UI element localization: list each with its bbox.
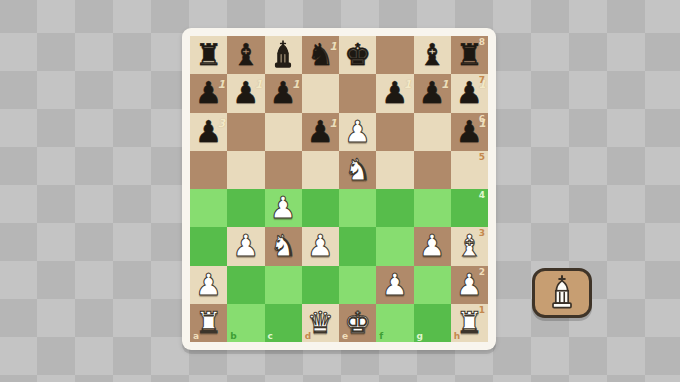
piece-tray-button[interactable] (532, 268, 592, 318)
square-g2[interactable] (414, 266, 451, 304)
square-c3[interactable]: ♞ (265, 227, 302, 265)
white-pawn-h2[interactable]: ♟ (451, 266, 488, 304)
white-pawn-a2[interactable]: ♟ (190, 266, 227, 304)
square-d5[interactable] (302, 151, 339, 189)
square-g5[interactable] (414, 151, 451, 189)
black-rook-a8[interactable]: ♜ (190, 36, 227, 74)
square-g1[interactable]: g (414, 304, 451, 342)
white-pawn-c4[interactable]: ♟ (265, 189, 302, 227)
square-d7[interactable] (302, 74, 339, 112)
square-f4[interactable] (376, 189, 413, 227)
black-pawn-g7[interactable]: ♟ (414, 74, 451, 112)
rank-label-4: 4 (479, 191, 485, 200)
black-rook-h8[interactable]: ♜ (451, 36, 488, 74)
file-label-b: b (230, 332, 236, 341)
square-f6[interactable] (376, 113, 413, 151)
black-pawn-h7[interactable]: ♟ (451, 74, 488, 112)
square-g7[interactable]: ♟1 (414, 74, 451, 112)
square-d1[interactable]: ♛d (302, 304, 339, 342)
black-pawn-h6[interactable]: ♟ (451, 113, 488, 151)
black-chapel-c8[interactable] (265, 36, 302, 74)
board-grid: ♜♝♞1♚♝♜8♟1♟1♟1♟1♟1♟17♟3♟1♟♟16♞5♟4♟♞♟♟♝3♟… (190, 36, 488, 342)
white-knight-c3[interactable]: ♞ (265, 227, 302, 265)
square-b1[interactable]: b (227, 304, 264, 342)
square-g4[interactable] (414, 189, 451, 227)
square-f3[interactable] (376, 227, 413, 265)
black-bishop-b8[interactable]: ♝ (227, 36, 264, 74)
black-pawn-c7[interactable]: ♟ (265, 74, 302, 112)
white-rook-a1[interactable]: ♜ (190, 304, 227, 342)
file-label-c: c (268, 332, 273, 341)
square-c5[interactable] (265, 151, 302, 189)
square-b5[interactable] (227, 151, 264, 189)
square-d6[interactable]: ♟1 (302, 113, 339, 151)
white-pawn-g3[interactable]: ♟ (414, 227, 451, 265)
square-f7[interactable]: ♟1 (376, 74, 413, 112)
square-e8[interactable]: ♚ (339, 36, 376, 74)
square-h7[interactable]: ♟17 (451, 74, 488, 112)
square-e5[interactable]: ♞ (339, 151, 376, 189)
square-b2[interactable] (227, 266, 264, 304)
square-e3[interactable] (339, 227, 376, 265)
white-rook-h1[interactable]: ♜ (451, 304, 488, 342)
square-e2[interactable] (339, 266, 376, 304)
square-e1[interactable]: ♚e (339, 304, 376, 342)
square-h6[interactable]: ♟16 (451, 113, 488, 151)
square-b4[interactable] (227, 189, 264, 227)
square-a4[interactable] (190, 189, 227, 227)
white-king-e1[interactable]: ♚ (339, 304, 376, 342)
black-bishop-g8[interactable]: ♝ (414, 36, 451, 74)
black-pawn-b7[interactable]: ♟ (227, 74, 264, 112)
square-f5[interactable] (376, 151, 413, 189)
square-a3[interactable] (190, 227, 227, 265)
square-f2[interactable]: ♟ (376, 266, 413, 304)
square-b6[interactable] (227, 113, 264, 151)
square-c1[interactable]: c (265, 304, 302, 342)
file-label-f: f (379, 332, 383, 341)
square-d8[interactable]: ♞1 (302, 36, 339, 74)
black-pawn-a7[interactable]: ♟ (190, 74, 227, 112)
white-bishop-h3[interactable]: ♝ (451, 227, 488, 265)
white-pawn-b3[interactable]: ♟ (227, 227, 264, 265)
square-d4[interactable] (302, 189, 339, 227)
square-h1[interactable]: ♜1h (451, 304, 488, 342)
square-e6[interactable]: ♟ (339, 113, 376, 151)
desktop-background: { "game": "chess", "position": "rbcnk1br… (0, 0, 680, 382)
square-g3[interactable]: ♟ (414, 227, 451, 265)
square-d3[interactable]: ♟ (302, 227, 339, 265)
white-queen-d1[interactable]: ♛ (302, 304, 339, 342)
square-h3[interactable]: ♝3 (451, 227, 488, 265)
square-e7[interactable] (339, 74, 376, 112)
square-a1[interactable]: ♜a (190, 304, 227, 342)
square-c8[interactable] (265, 36, 302, 74)
square-f1[interactable]: f (376, 304, 413, 342)
square-h8[interactable]: ♜8 (451, 36, 488, 74)
square-h2[interactable]: ♟2 (451, 266, 488, 304)
square-a8[interactable]: ♜ (190, 36, 227, 74)
square-e4[interactable] (339, 189, 376, 227)
chess-board: ♜♝♞1♚♝♜8♟1♟1♟1♟1♟1♟17♟3♟1♟♟16♞5♟4♟♞♟♟♝3♟… (182, 28, 496, 350)
black-pawn-d6[interactable]: ♟ (302, 113, 339, 151)
square-a2[interactable]: ♟ (190, 266, 227, 304)
black-knight-d8[interactable]: ♞ (302, 36, 339, 74)
square-c7[interactable]: ♟1 (265, 74, 302, 112)
white-pawn-f2[interactable]: ♟ (376, 266, 413, 304)
file-label-g: g (417, 332, 423, 341)
white-pawn-d3[interactable]: ♟ (302, 227, 339, 265)
black-king-e8[interactable]: ♚ (339, 36, 376, 74)
square-h4[interactable]: 4 (451, 189, 488, 227)
chapel-piece (547, 275, 577, 311)
square-g8[interactable]: ♝ (414, 36, 451, 74)
square-c2[interactable] (265, 266, 302, 304)
white-pawn-e6[interactable]: ♟ (339, 113, 376, 151)
square-d2[interactable] (302, 266, 339, 304)
square-a7[interactable]: ♟1 (190, 74, 227, 112)
square-b3[interactable]: ♟ (227, 227, 264, 265)
black-pawn-a6[interactable]: ♟ (190, 113, 227, 151)
square-f8[interactable] (376, 36, 413, 74)
rank-label-5: 5 (479, 153, 485, 162)
white-knight-e5[interactable]: ♞ (339, 151, 376, 189)
chapel-piece (271, 40, 295, 70)
square-h5[interactable]: 5 (451, 151, 488, 189)
square-c4[interactable]: ♟ (265, 189, 302, 227)
square-c6[interactable] (265, 113, 302, 151)
square-b8[interactable]: ♝ (227, 36, 264, 74)
square-g6[interactable] (414, 113, 451, 151)
square-a5[interactable] (190, 151, 227, 189)
square-a6[interactable]: ♟3 (190, 113, 227, 151)
square-b7[interactable]: ♟1 (227, 74, 264, 112)
black-pawn-f7[interactable]: ♟ (376, 74, 413, 112)
